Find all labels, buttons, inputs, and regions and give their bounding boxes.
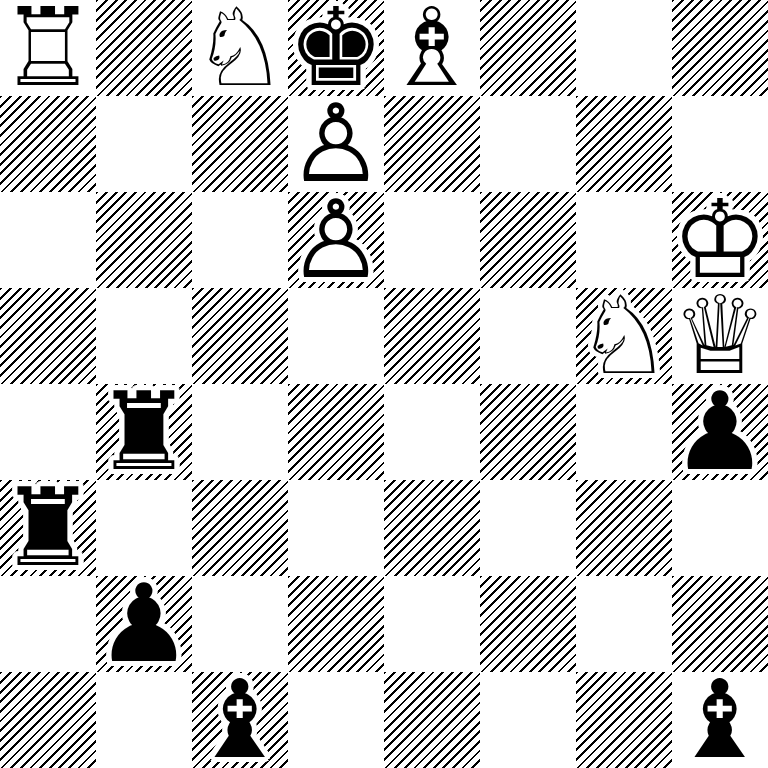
square-f8[interactable] [480, 0, 576, 96]
square-e8[interactable]: ♝♗ [384, 0, 480, 96]
square-a2[interactable] [0, 576, 96, 672]
square-d3[interactable] [288, 480, 384, 576]
black-pawn-piece[interactable]: ♟ [672, 384, 768, 480]
square-d4[interactable] [288, 384, 384, 480]
square-b3[interactable] [96, 480, 192, 576]
square-b1[interactable] [96, 672, 192, 768]
square-g4[interactable] [576, 384, 672, 480]
square-a8[interactable]: ♜♖ [0, 0, 96, 96]
white-queen-halo: ♛ [672, 288, 768, 384]
square-b7[interactable] [96, 96, 192, 192]
black-king-halo: ♚ [288, 0, 384, 96]
black-bishop-halo: ♝ [192, 672, 288, 768]
square-c4[interactable] [192, 384, 288, 480]
square-e1[interactable] [384, 672, 480, 768]
white-rook-piece[interactable]: ♖ [0, 0, 96, 96]
square-h2[interactable] [672, 576, 768, 672]
square-h4[interactable]: ♟♟ [672, 384, 768, 480]
square-d5[interactable] [288, 288, 384, 384]
square-h3[interactable] [672, 480, 768, 576]
square-d6[interactable]: ♟♙ [288, 192, 384, 288]
white-knight-halo: ♞ [192, 0, 288, 96]
white-bishop-piece[interactable]: ♗ [384, 0, 480, 96]
black-pawn-piece[interactable]: ♟ [96, 576, 192, 672]
square-f4[interactable] [480, 384, 576, 480]
square-c1[interactable]: ♝♝ [192, 672, 288, 768]
square-g2[interactable] [576, 576, 672, 672]
square-c2[interactable] [192, 576, 288, 672]
square-h5[interactable]: ♛♕ [672, 288, 768, 384]
square-b2[interactable]: ♟♟ [96, 576, 192, 672]
black-bishop-halo: ♝ [672, 672, 768, 768]
square-h1[interactable]: ♝♝ [672, 672, 768, 768]
square-b4[interactable]: ♜♜ [96, 384, 192, 480]
square-e7[interactable] [384, 96, 480, 192]
square-b6[interactable] [96, 192, 192, 288]
square-g3[interactable] [576, 480, 672, 576]
square-f2[interactable] [480, 576, 576, 672]
white-pawn-piece[interactable]: ♙ [288, 96, 384, 192]
black-rook-halo: ♜ [96, 384, 192, 480]
square-a7[interactable] [0, 96, 96, 192]
square-g7[interactable] [576, 96, 672, 192]
white-pawn-halo: ♟ [288, 96, 384, 192]
square-h8[interactable] [672, 0, 768, 96]
square-c6[interactable] [192, 192, 288, 288]
white-king-piece[interactable]: ♔ [672, 192, 768, 288]
square-b5[interactable] [96, 288, 192, 384]
square-c3[interactable] [192, 480, 288, 576]
white-knight-piece[interactable]: ♘ [576, 288, 672, 384]
square-d7[interactable]: ♟♙ [288, 96, 384, 192]
square-e2[interactable] [384, 576, 480, 672]
white-bishop-halo: ♝ [384, 0, 480, 96]
black-pawn-halo: ♟ [672, 384, 768, 480]
square-e4[interactable] [384, 384, 480, 480]
square-a6[interactable] [0, 192, 96, 288]
white-pawn-halo: ♟ [288, 192, 384, 288]
square-f1[interactable] [480, 672, 576, 768]
black-bishop-piece[interactable]: ♝ [192, 672, 288, 768]
square-f5[interactable] [480, 288, 576, 384]
black-bishop-piece[interactable]: ♝ [672, 672, 768, 768]
white-knight-piece[interactable]: ♘ [192, 0, 288, 96]
square-a5[interactable] [0, 288, 96, 384]
square-e6[interactable] [384, 192, 480, 288]
square-c5[interactable] [192, 288, 288, 384]
square-a4[interactable] [0, 384, 96, 480]
square-c8[interactable]: ♞♘ [192, 0, 288, 96]
black-king-piece[interactable]: ♚ [288, 0, 384, 96]
white-pawn-piece[interactable]: ♙ [288, 192, 384, 288]
square-f3[interactable] [480, 480, 576, 576]
square-d2[interactable] [288, 576, 384, 672]
square-h6[interactable]: ♚♔ [672, 192, 768, 288]
square-c7[interactable] [192, 96, 288, 192]
square-f6[interactable] [480, 192, 576, 288]
chess-board: ♜♖♞♘♚♚♝♗♟♙♟♙♚♔♞♘♛♕♜♜♟♟♜♜♟♟♝♝♝♝ [0, 0, 768, 768]
square-e5[interactable] [384, 288, 480, 384]
square-e3[interactable] [384, 480, 480, 576]
black-rook-halo: ♜ [0, 480, 96, 576]
square-a3[interactable]: ♜♜ [0, 480, 96, 576]
square-b8[interactable] [96, 0, 192, 96]
black-rook-piece[interactable]: ♜ [0, 480, 96, 576]
square-a1[interactable] [0, 672, 96, 768]
white-rook-halo: ♜ [0, 0, 96, 96]
square-d1[interactable] [288, 672, 384, 768]
square-g8[interactable] [576, 0, 672, 96]
square-f7[interactable] [480, 96, 576, 192]
square-g1[interactable] [576, 672, 672, 768]
black-rook-piece[interactable]: ♜ [96, 384, 192, 480]
white-knight-halo: ♞ [576, 288, 672, 384]
white-queen-piece[interactable]: ♕ [672, 288, 768, 384]
square-h7[interactable] [672, 96, 768, 192]
white-king-halo: ♚ [672, 192, 768, 288]
black-pawn-halo: ♟ [96, 576, 192, 672]
square-g6[interactable] [576, 192, 672, 288]
square-d8[interactable]: ♚♚ [288, 0, 384, 96]
square-g5[interactable]: ♞♘ [576, 288, 672, 384]
